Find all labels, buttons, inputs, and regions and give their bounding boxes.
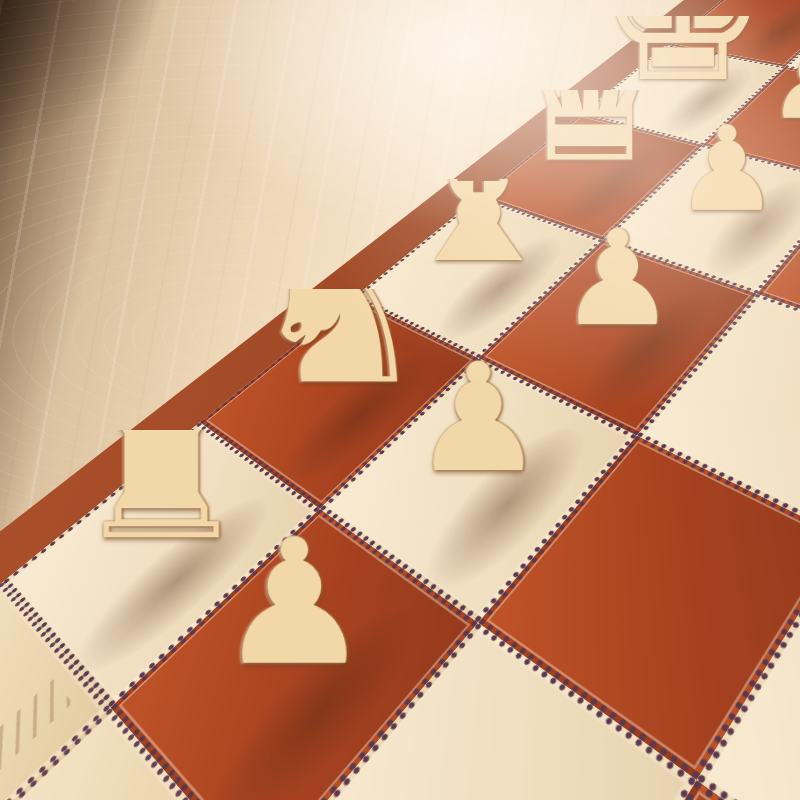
square-a2: ♟ (111, 509, 479, 800)
photo-canvas: { "game": "chess", "position": { "fen": … (0, 0, 800, 800)
photo-scene: 4876♜♞♝♛♚♝♞♜♟♟♟♟♟♟♟♟ (0, 0, 800, 800)
chess-board: 4876♜♞♝♛♚♝♞♜♟♟♟♟♟♟♟♟ (0, 0, 800, 800)
